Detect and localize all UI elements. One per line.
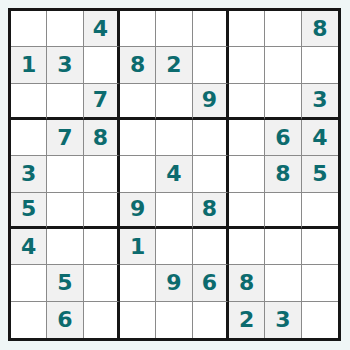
cell-r2c9[interactable] xyxy=(302,47,338,83)
cell-r9c8[interactable]: 3 xyxy=(265,302,301,338)
cell-r2c6[interactable] xyxy=(193,47,229,83)
cell-r2c3[interactable] xyxy=(84,47,120,83)
cell-r8c4[interactable] xyxy=(120,265,156,301)
cell-r9c2[interactable]: 6 xyxy=(47,302,83,338)
cell-r3c4[interactable] xyxy=(120,84,156,120)
cell-r8c2[interactable]: 5 xyxy=(47,265,83,301)
cell-r9c1[interactable] xyxy=(11,302,47,338)
cell-r8c5[interactable]: 9 xyxy=(156,265,192,301)
cell-r6c2[interactable] xyxy=(47,193,83,229)
cell-r1c1[interactable] xyxy=(11,11,47,47)
cell-r7c8[interactable] xyxy=(265,229,301,265)
sudoku-board: 48138279378643485598415968623 xyxy=(8,8,341,341)
cell-r6c7[interactable] xyxy=(229,193,265,229)
cell-r8c8[interactable] xyxy=(265,265,301,301)
cell-r8c9[interactable] xyxy=(302,265,338,301)
cell-r7c7[interactable] xyxy=(229,229,265,265)
cell-r4c5[interactable] xyxy=(156,120,192,156)
cell-r5c1[interactable]: 3 xyxy=(11,156,47,192)
cell-r5c8[interactable]: 8 xyxy=(265,156,301,192)
cell-r3c7[interactable] xyxy=(229,84,265,120)
cell-r6c6[interactable]: 8 xyxy=(193,193,229,229)
cell-r8c6[interactable]: 6 xyxy=(193,265,229,301)
cell-r8c1[interactable] xyxy=(11,265,47,301)
cell-r8c7[interactable]: 8 xyxy=(229,265,265,301)
cell-r7c1[interactable]: 4 xyxy=(11,229,47,265)
cell-r2c4[interactable]: 8 xyxy=(120,47,156,83)
cell-r7c4[interactable]: 1 xyxy=(120,229,156,265)
cell-r5c6[interactable] xyxy=(193,156,229,192)
cell-r4c1[interactable] xyxy=(11,120,47,156)
cell-r6c1[interactable]: 5 xyxy=(11,193,47,229)
cell-r1c9[interactable]: 8 xyxy=(302,11,338,47)
cell-r9c6[interactable] xyxy=(193,302,229,338)
cell-r7c3[interactable] xyxy=(84,229,120,265)
cell-r6c5[interactable] xyxy=(156,193,192,229)
cell-r5c9[interactable]: 5 xyxy=(302,156,338,192)
cell-r4c8[interactable]: 6 xyxy=(265,120,301,156)
cell-r9c3[interactable] xyxy=(84,302,120,338)
cell-r9c4[interactable] xyxy=(120,302,156,338)
cell-r6c4[interactable]: 9 xyxy=(120,193,156,229)
cell-r2c7[interactable] xyxy=(229,47,265,83)
cell-r2c8[interactable] xyxy=(265,47,301,83)
cell-r3c6[interactable]: 9 xyxy=(193,84,229,120)
cell-r8c3[interactable] xyxy=(84,265,120,301)
sudoku-page: 48138279378643485598415968623 xyxy=(0,0,350,349)
cell-r1c4[interactable] xyxy=(120,11,156,47)
cell-r5c2[interactable] xyxy=(47,156,83,192)
cell-r4c9[interactable]: 4 xyxy=(302,120,338,156)
cell-r7c9[interactable] xyxy=(302,229,338,265)
cell-r7c5[interactable] xyxy=(156,229,192,265)
cell-r7c2[interactable] xyxy=(47,229,83,265)
cell-r4c6[interactable] xyxy=(193,120,229,156)
cell-r2c2[interactable]: 3 xyxy=(47,47,83,83)
cell-r5c3[interactable] xyxy=(84,156,120,192)
cell-r1c2[interactable] xyxy=(47,11,83,47)
cell-r5c4[interactable] xyxy=(120,156,156,192)
cell-r1c8[interactable] xyxy=(265,11,301,47)
cell-r4c4[interactable] xyxy=(120,120,156,156)
cell-r6c9[interactable] xyxy=(302,193,338,229)
cell-r2c5[interactable]: 2 xyxy=(156,47,192,83)
cell-r6c3[interactable] xyxy=(84,193,120,229)
cell-r9c5[interactable] xyxy=(156,302,192,338)
cell-r3c9[interactable]: 3 xyxy=(302,84,338,120)
cell-r1c3[interactable]: 4 xyxy=(84,11,120,47)
cell-r4c3[interactable]: 8 xyxy=(84,120,120,156)
cell-r4c7[interactable] xyxy=(229,120,265,156)
cell-r1c7[interactable] xyxy=(229,11,265,47)
cell-r1c6[interactable] xyxy=(193,11,229,47)
cell-r3c3[interactable]: 7 xyxy=(84,84,120,120)
cell-r9c9[interactable] xyxy=(302,302,338,338)
cell-r9c7[interactable]: 2 xyxy=(229,302,265,338)
cell-r3c1[interactable] xyxy=(11,84,47,120)
cell-r3c8[interactable] xyxy=(265,84,301,120)
cell-r1c5[interactable] xyxy=(156,11,192,47)
cell-r4c2[interactable]: 7 xyxy=(47,120,83,156)
cell-r6c8[interactable] xyxy=(265,193,301,229)
cell-r5c5[interactable]: 4 xyxy=(156,156,192,192)
cell-r3c2[interactable] xyxy=(47,84,83,120)
cell-r5c7[interactable] xyxy=(229,156,265,192)
cell-r2c1[interactable]: 1 xyxy=(11,47,47,83)
cell-r3c5[interactable] xyxy=(156,84,192,120)
cell-r7c6[interactable] xyxy=(193,229,229,265)
